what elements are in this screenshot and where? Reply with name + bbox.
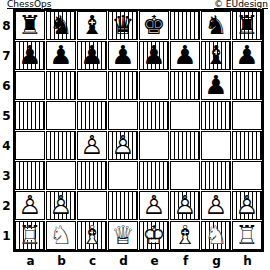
- piece-black-bishop: ♝: [77, 11, 107, 40]
- piece-black-pawn: ♟: [232, 41, 262, 70]
- file-label-d: d: [108, 254, 139, 268]
- piece-black-pawn: ♟: [46, 41, 76, 70]
- square-e2: ♟♙: [139, 191, 169, 220]
- square-c5: [77, 101, 107, 130]
- file-label-f: f: [170, 254, 201, 268]
- square-d7: ♟: [108, 41, 138, 70]
- chess-board: ♜♞♝♛♚♞♜♟♟♟♟♟♟♝♟♟♟♙♟♙♟♙♟♙♟♙♟♙♟♙♟♙♜♖♞♘♝♗♛♕…: [13, 9, 264, 252]
- square-a1: ♜♖: [15, 221, 45, 250]
- piece-white-knight: ♘: [201, 221, 231, 250]
- square-g4: [201, 131, 231, 160]
- piece-white-bishop: ♗: [170, 221, 200, 250]
- square-b8: ♞: [46, 11, 76, 40]
- rank-label-3: 3: [0, 161, 13, 190]
- square-h8: ♜: [232, 11, 262, 40]
- piece-white-rook: ♖: [232, 221, 262, 250]
- square-h2: ♟♙: [232, 191, 262, 220]
- piece-white-pawn-fill: ♟: [108, 131, 138, 160]
- file-label-g: g: [201, 254, 232, 268]
- square-h5: [232, 101, 262, 130]
- square-f3: [170, 161, 200, 190]
- square-g1: ♞♘: [201, 221, 231, 250]
- piece-black-pawn: ♟: [201, 71, 231, 100]
- piece-black-pawn: ♟: [170, 41, 200, 70]
- piece-black-queen: ♛: [108, 11, 138, 40]
- square-d6: [108, 71, 138, 100]
- square-d5: [108, 101, 138, 130]
- square-d3: [108, 161, 138, 190]
- square-c8: ♝: [77, 11, 107, 40]
- square-b6: [46, 71, 76, 100]
- square-c4: ♟♙: [77, 131, 107, 160]
- piece-white-pawn: ♙: [232, 191, 262, 220]
- square-a3: [15, 161, 45, 190]
- square-b1: ♞♘: [46, 221, 76, 250]
- square-f2: ♟♙: [170, 191, 200, 220]
- piece-black-pawn: ♟: [139, 41, 169, 70]
- square-c2: [77, 191, 107, 220]
- piece-black-king: ♚: [139, 11, 169, 40]
- square-a7: ♟: [15, 41, 45, 70]
- square-e8: ♚: [139, 11, 169, 40]
- file-labels: abcdefgh: [15, 254, 263, 268]
- file-label-b: b: [46, 254, 77, 268]
- square-g8: ♞: [201, 11, 231, 40]
- square-f4: [170, 131, 200, 160]
- square-e1: ♚♔: [139, 221, 169, 250]
- square-g5: [201, 101, 231, 130]
- piece-black-bishop: ♝: [201, 41, 231, 70]
- square-b4: [46, 131, 76, 160]
- square-f8: [170, 11, 200, 40]
- piece-black-pawn: ♟: [77, 41, 107, 70]
- square-d1: ♛♕: [108, 221, 138, 250]
- piece-white-pawn: ♙: [46, 191, 76, 220]
- square-a2: ♟♙: [15, 191, 45, 220]
- rank-label-4: 4: [0, 131, 13, 160]
- square-e7: ♟: [139, 41, 169, 70]
- file-label-e: e: [139, 254, 170, 268]
- piece-white-pawn-fill: ♟: [201, 191, 231, 220]
- piece-white-knight-fill: ♞: [201, 221, 231, 250]
- square-b7: ♟: [46, 41, 76, 70]
- square-a6: [15, 71, 45, 100]
- piece-black-rook: ♜: [232, 11, 262, 40]
- piece-white-pawn-fill: ♟: [77, 131, 107, 160]
- square-h6: [232, 71, 262, 100]
- piece-white-pawn: ♙: [170, 191, 200, 220]
- square-c6: [77, 71, 107, 100]
- square-h3: [232, 161, 262, 190]
- square-h4: [232, 131, 262, 160]
- rank-label-6: 6: [0, 71, 13, 100]
- piece-white-pawn: ♙: [15, 191, 45, 220]
- piece-white-bishop-fill: ♝: [77, 221, 107, 250]
- square-e3: [139, 161, 169, 190]
- piece-white-pawn-fill: ♟: [15, 191, 45, 220]
- file-label-a: a: [15, 254, 46, 268]
- square-c7: ♟: [77, 41, 107, 70]
- rank-labels: 87654321: [0, 11, 13, 251]
- piece-white-rook-fill: ♜: [232, 221, 262, 250]
- square-a8: ♜: [15, 11, 45, 40]
- square-g3: [201, 161, 231, 190]
- piece-white-bishop: ♗: [77, 221, 107, 250]
- square-c3: [77, 161, 107, 190]
- piece-white-queen: ♕: [108, 221, 138, 250]
- piece-white-pawn: ♙: [201, 191, 231, 220]
- piece-black-pawn: ♟: [15, 41, 45, 70]
- square-g2: ♟♙: [201, 191, 231, 220]
- piece-white-pawn: ♙: [77, 131, 107, 160]
- square-h1: ♜♖: [232, 221, 262, 250]
- piece-white-rook: ♖: [15, 221, 45, 250]
- square-b3: [46, 161, 76, 190]
- piece-white-pawn-fill: ♟: [46, 191, 76, 220]
- square-f7: ♟: [170, 41, 200, 70]
- piece-black-knight: ♞: [201, 11, 231, 40]
- square-d4: ♟♙: [108, 131, 138, 160]
- file-label-h: h: [232, 254, 263, 268]
- square-d8: ♛: [108, 11, 138, 40]
- piece-white-pawn-fill: ♟: [139, 191, 169, 220]
- piece-black-knight: ♞: [46, 11, 76, 40]
- square-d2: [108, 191, 138, 220]
- square-b2: ♟♙: [46, 191, 76, 220]
- square-e6: [139, 71, 169, 100]
- piece-white-rook-fill: ♜: [15, 221, 45, 250]
- square-e4: [139, 131, 169, 160]
- square-a4: [15, 131, 45, 160]
- piece-black-pawn: ♟: [108, 41, 138, 70]
- rank-label-7: 7: [0, 41, 13, 70]
- square-f6: [170, 71, 200, 100]
- rank-label-8: 8: [0, 11, 13, 40]
- chessops-title-link[interactable]: ChessOps: [7, 0, 51, 9]
- piece-white-king-fill: ♚: [139, 221, 169, 250]
- piece-white-pawn: ♙: [139, 191, 169, 220]
- square-h7: ♟: [232, 41, 262, 70]
- square-a5: [15, 101, 45, 130]
- square-g7: ♝: [201, 41, 231, 70]
- square-f5: [170, 101, 200, 130]
- piece-black-rook: ♜: [15, 11, 45, 40]
- piece-white-pawn-fill: ♟: [232, 191, 262, 220]
- square-g6: ♟: [201, 71, 231, 100]
- piece-white-pawn: ♙: [108, 131, 138, 160]
- piece-white-king: ♔: [139, 221, 169, 250]
- piece-white-knight-fill: ♞: [46, 221, 76, 250]
- copyright-link[interactable]: © EUdesign: [214, 0, 268, 9]
- file-label-c: c: [77, 254, 108, 268]
- square-e5: [139, 101, 169, 130]
- square-b5: [46, 101, 76, 130]
- piece-white-queen-fill: ♛: [108, 221, 138, 250]
- square-c1: ♝♗: [77, 221, 107, 250]
- rank-label-1: 1: [0, 221, 13, 250]
- rank-label-2: 2: [0, 191, 13, 220]
- piece-white-knight: ♘: [46, 221, 76, 250]
- piece-white-bishop-fill: ♝: [170, 221, 200, 250]
- square-f1: ♝♗: [170, 221, 200, 250]
- piece-white-pawn-fill: ♟: [170, 191, 200, 220]
- rank-label-5: 5: [0, 101, 13, 130]
